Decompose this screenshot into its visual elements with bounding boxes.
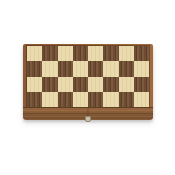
board-square bbox=[119, 77, 134, 92]
board-square bbox=[119, 61, 134, 76]
board-square bbox=[73, 92, 88, 107]
board-square bbox=[27, 61, 42, 76]
board-square bbox=[58, 61, 73, 76]
folded-chess-box bbox=[23, 44, 153, 120]
board-square bbox=[134, 61, 149, 76]
board-square bbox=[73, 77, 88, 92]
board-square bbox=[88, 92, 103, 107]
board-square bbox=[58, 46, 73, 61]
board-square bbox=[27, 92, 42, 107]
board-square bbox=[42, 61, 57, 76]
chess-board-lid bbox=[23, 44, 153, 107]
product-photo bbox=[0, 0, 175, 175]
board-square bbox=[27, 46, 42, 61]
chess-board-grid bbox=[27, 46, 149, 107]
brass-clasp-icon bbox=[85, 116, 91, 122]
board-square bbox=[88, 61, 103, 76]
board-square bbox=[42, 46, 57, 61]
board-square bbox=[58, 77, 73, 92]
board-square bbox=[27, 77, 42, 92]
board-square bbox=[73, 46, 88, 61]
board-square bbox=[134, 77, 149, 92]
board-square bbox=[119, 92, 134, 107]
board-square bbox=[103, 77, 118, 92]
board-square bbox=[119, 46, 134, 61]
board-square bbox=[73, 61, 88, 76]
board-square bbox=[42, 77, 57, 92]
board-square bbox=[103, 46, 118, 61]
board-square bbox=[103, 92, 118, 107]
board-square bbox=[88, 46, 103, 61]
board-square bbox=[134, 92, 149, 107]
box-front-panel bbox=[23, 107, 153, 120]
board-square bbox=[42, 92, 57, 107]
board-square bbox=[103, 61, 118, 76]
board-square bbox=[58, 92, 73, 107]
board-square bbox=[88, 77, 103, 92]
board-square bbox=[134, 46, 149, 61]
